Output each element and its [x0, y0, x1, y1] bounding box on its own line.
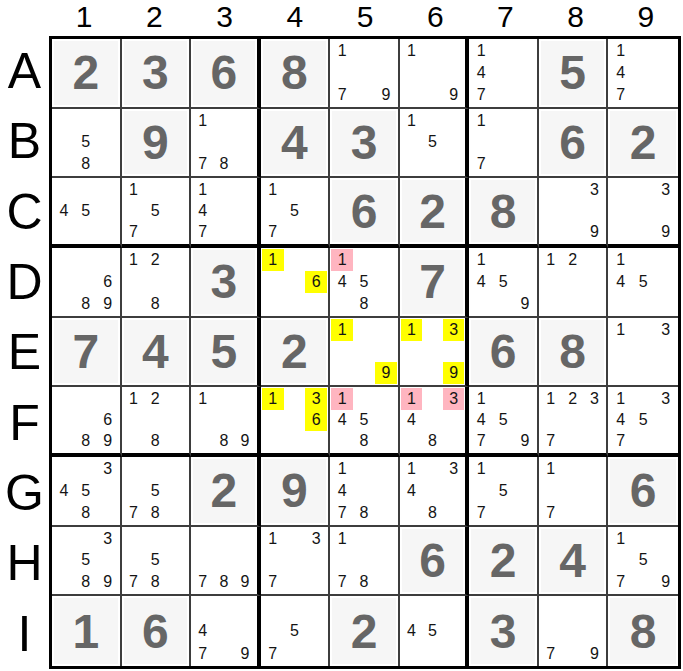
- cell-D7[interactable]: 1459: [469, 248, 539, 318]
- cell-C6[interactable]: 2: [400, 178, 470, 248]
- empty-candidate-slot: [562, 431, 584, 452]
- cell-G2[interactable]: 578: [122, 457, 192, 527]
- cell-I4[interactable]: 57: [261, 596, 331, 666]
- empty-candidate-slot: [97, 222, 119, 243]
- cell-G9[interactable]: 6: [608, 457, 678, 527]
- empty-candidate-slot: [609, 293, 632, 315]
- empty-candidate-slot: [75, 110, 97, 132]
- candidate-grid: 1237: [540, 388, 606, 452]
- empty-candidate-slot: [654, 201, 677, 222]
- candidate-7: 7: [192, 642, 213, 665]
- cell-B2[interactable]: 9: [122, 109, 192, 179]
- cell-C4[interactable]: 157: [261, 178, 331, 248]
- cell-B3[interactable]: 178: [191, 109, 261, 179]
- empty-candidate-slot: [375, 293, 397, 315]
- row-labels: ABCDEFGHI: [0, 36, 49, 669]
- empty-candidate-slot: [375, 40, 397, 62]
- cell-H9[interactable]: 1579: [608, 527, 678, 597]
- candidate-3: 3: [584, 388, 606, 409]
- cell-E5[interactable]: 19: [330, 318, 400, 388]
- cell-A1[interactable]: 2: [52, 39, 122, 109]
- empty-candidate-slot: [53, 431, 75, 452]
- cell-A3[interactable]: 6: [191, 39, 261, 109]
- empty-candidate-slot: [262, 550, 284, 572]
- empty-candidate-slot: [213, 110, 234, 132]
- empty-candidate-slot: [262, 293, 284, 315]
- cell-G7[interactable]: 157: [469, 457, 539, 527]
- solved-digit: 4: [541, 529, 605, 593]
- cell-I6[interactable]: 45: [400, 596, 470, 666]
- empty-candidate-slot: [192, 550, 213, 572]
- candidate-grid: 689: [53, 249, 119, 315]
- empty-candidate-slot: [492, 40, 514, 62]
- candidate-grid: 147: [192, 179, 256, 243]
- candidate-8: 8: [422, 502, 443, 524]
- candidate-9: 9: [234, 571, 255, 593]
- empty-candidate-slot: [166, 222, 188, 243]
- empty-candidate-slot: [375, 271, 397, 293]
- empty-candidate-slot: [192, 597, 213, 620]
- empty-candidate-slot: [123, 410, 145, 431]
- candidate-8: 8: [353, 502, 375, 524]
- empty-candidate-slot: [422, 62, 443, 84]
- candidate-grid: 1458: [331, 388, 397, 452]
- empty-candidate-slot: [375, 550, 397, 572]
- candidate-4: 4: [401, 410, 422, 431]
- empty-candidate-slot: [401, 132, 422, 154]
- empty-candidate-slot: [331, 550, 353, 572]
- candidate-8: 8: [75, 153, 97, 175]
- candidate-8: 8: [144, 431, 166, 452]
- empty-candidate-slot: [654, 341, 677, 363]
- cell-A9[interactable]: 147: [608, 39, 678, 109]
- empty-candidate-slot: [305, 550, 327, 572]
- cell-F6[interactable]: 1348: [400, 387, 470, 457]
- cell-F4[interactable]: 136: [261, 387, 331, 457]
- cell-H7[interactable]: 2: [469, 527, 539, 597]
- cell-G3[interactable]: 2: [191, 457, 261, 527]
- solved-digit: 8: [610, 598, 676, 664]
- empty-candidate-slot: [53, 410, 75, 431]
- solved-digit: 6: [193, 41, 255, 105]
- cell-I9[interactable]: 8: [608, 596, 678, 666]
- cell-F2[interactable]: 128: [122, 387, 192, 457]
- cell-C3[interactable]: 147: [191, 178, 261, 248]
- cell-F9[interactable]: 13457: [608, 387, 678, 457]
- empty-candidate-slot: [284, 528, 306, 550]
- empty-candidate-slot: [305, 222, 327, 243]
- empty-candidate-slot: [470, 132, 492, 154]
- empty-candidate-slot: [562, 293, 584, 315]
- candidate-4: 4: [331, 480, 353, 502]
- col-label-8: 8: [541, 0, 611, 36]
- empty-candidate-slot: [284, 550, 306, 572]
- cell-H5[interactable]: 178: [330, 527, 400, 597]
- candidate-grid: 3458: [53, 458, 119, 524]
- candidate-grid: 39: [609, 179, 677, 243]
- empty-candidate-slot: [234, 620, 255, 643]
- empty-candidate-slot: [123, 201, 145, 222]
- empty-candidate-slot: [166, 480, 188, 502]
- candidate-grid: 179: [331, 40, 397, 106]
- cell-I8[interactable]: 79: [539, 596, 609, 666]
- empty-candidate-slot: [213, 550, 234, 572]
- empty-candidate-slot: [654, 528, 677, 550]
- empty-candidate-slot: [166, 271, 188, 293]
- candidate-1-highlight-yellow: 1: [262, 249, 284, 271]
- empty-candidate-slot: [166, 410, 188, 431]
- candidate-grid: 128: [123, 388, 189, 452]
- candidate-5: 5: [75, 201, 97, 222]
- candidate-3: 3: [305, 528, 327, 550]
- candidate-grid: 45: [401, 597, 465, 665]
- cell-I3[interactable]: 479: [191, 596, 261, 666]
- candidate-5: 5: [144, 550, 166, 572]
- empty-candidate-slot: [53, 571, 75, 593]
- empty-candidate-slot: [284, 271, 306, 293]
- cell-C1[interactable]: 45: [52, 178, 122, 248]
- empty-candidate-slot: [213, 179, 234, 200]
- cell-A2[interactable]: 3: [122, 39, 192, 109]
- col-label-3: 3: [189, 0, 259, 36]
- candidate-7: 7: [540, 502, 562, 524]
- cell-C8[interactable]: 39: [539, 178, 609, 248]
- empty-candidate-slot: [514, 40, 536, 62]
- candidate-grid: 19: [331, 319, 397, 385]
- cell-B1[interactable]: 58: [52, 109, 122, 179]
- candidate-3: 3: [443, 458, 464, 480]
- candidate-1: 1: [331, 528, 353, 550]
- candidate-1: 1: [540, 249, 562, 271]
- cell-D2[interactable]: 128: [122, 248, 192, 318]
- empty-candidate-slot: [53, 249, 75, 271]
- candidate-4: 4: [53, 480, 75, 502]
- row-label-A: A: [0, 36, 49, 106]
- empty-candidate-slot: [492, 84, 514, 106]
- empty-candidate-slot: [53, 550, 75, 572]
- candidate-grid: 57: [262, 597, 328, 665]
- candidate-2: 2: [562, 249, 584, 271]
- empty-candidate-slot: [654, 431, 677, 452]
- cell-B9[interactable]: 2: [608, 109, 678, 179]
- empty-candidate-slot: [540, 597, 562, 620]
- candidate-5: 5: [284, 620, 306, 643]
- candidate-5: 5: [632, 410, 655, 431]
- empty-candidate-slot: [213, 410, 234, 431]
- empty-candidate-slot: [375, 502, 397, 524]
- candidate-1: 1: [470, 110, 492, 132]
- cell-G6[interactable]: 1348: [400, 457, 470, 527]
- row-label-H: H: [0, 528, 49, 598]
- empty-candidate-slot: [632, 201, 655, 222]
- empty-candidate-slot: [654, 550, 677, 572]
- empty-candidate-slot: [353, 62, 375, 84]
- solved-digit: 7: [54, 320, 118, 384]
- empty-candidate-slot: [492, 388, 514, 409]
- cell-A7[interactable]: 147: [469, 39, 539, 109]
- empty-candidate-slot: [492, 502, 514, 524]
- cell-E4[interactable]: 2: [261, 318, 331, 388]
- cell-F8[interactable]: 1237: [539, 387, 609, 457]
- empty-candidate-slot: [422, 480, 443, 502]
- cell-H3[interactable]: 789: [191, 527, 261, 597]
- empty-candidate-slot: [443, 341, 464, 363]
- cell-C2[interactable]: 157: [122, 178, 192, 248]
- cell-D1[interactable]: 689: [52, 248, 122, 318]
- empty-candidate-slot: [562, 201, 584, 222]
- candidate-grid: 45: [53, 179, 119, 243]
- candidate-4: 4: [192, 201, 213, 222]
- empty-candidate-slot: [514, 153, 536, 175]
- empty-candidate-slot: [53, 153, 75, 175]
- candidate-grid: 136: [262, 388, 328, 452]
- candidate-5: 5: [284, 201, 306, 222]
- empty-candidate-slot: [213, 388, 234, 409]
- empty-candidate-slot: [514, 62, 536, 84]
- empty-candidate-slot: [262, 431, 284, 452]
- col-label-1: 1: [49, 0, 119, 36]
- empty-candidate-slot: [632, 431, 655, 452]
- empty-candidate-slot: [144, 410, 166, 431]
- cell-D3[interactable]: 3: [191, 248, 261, 318]
- empty-candidate-slot: [654, 271, 677, 293]
- cell-D8[interactable]: 12: [539, 248, 609, 318]
- empty-candidate-slot: [375, 341, 397, 363]
- candidate-7: 7: [470, 502, 492, 524]
- empty-candidate-slot: [305, 431, 327, 452]
- empty-candidate-slot: [632, 40, 655, 62]
- cell-H8[interactable]: 4: [539, 527, 609, 597]
- empty-candidate-slot: [422, 319, 443, 341]
- empty-candidate-slot: [97, 201, 119, 222]
- candidate-1: 1: [123, 249, 145, 271]
- cell-I5[interactable]: 2: [330, 596, 400, 666]
- empty-candidate-slot: [234, 179, 255, 200]
- cell-A8[interactable]: 5: [539, 39, 609, 109]
- cell-C7[interactable]: 8: [469, 178, 539, 248]
- empty-candidate-slot: [331, 293, 353, 315]
- empty-candidate-slot: [492, 293, 514, 315]
- empty-candidate-slot: [53, 179, 75, 200]
- empty-candidate-slot: [166, 201, 188, 222]
- candidate-8: 8: [422, 431, 443, 452]
- empty-candidate-slot: [97, 132, 119, 154]
- cell-G5[interactable]: 1478: [330, 457, 400, 527]
- candidate-grid: 147: [470, 40, 536, 106]
- empty-candidate-slot: [192, 132, 213, 154]
- cell-H4[interactable]: 137: [261, 527, 331, 597]
- cell-C5[interactable]: 6: [330, 178, 400, 248]
- cell-A6[interactable]: 19: [400, 39, 470, 109]
- candidate-8: 8: [213, 431, 234, 452]
- empty-candidate-slot: [492, 458, 514, 480]
- empty-candidate-slot: [443, 153, 464, 175]
- cell-D6[interactable]: 7: [400, 248, 470, 318]
- cell-G1[interactable]: 3458: [52, 457, 122, 527]
- candidate-7: 7: [331, 502, 353, 524]
- cell-E8[interactable]: 8: [539, 318, 609, 388]
- cell-C9[interactable]: 39: [608, 178, 678, 248]
- empty-candidate-slot: [353, 388, 375, 409]
- candidate-grid: 58: [53, 110, 119, 176]
- candidate-5: 5: [75, 550, 97, 572]
- cell-H1[interactable]: 3589: [52, 527, 122, 597]
- candidate-6-highlight-yellow: 6: [305, 410, 327, 431]
- empty-candidate-slot: [632, 528, 655, 550]
- cell-D4[interactable]: 16: [261, 248, 331, 318]
- candidate-grid: 16: [262, 249, 328, 315]
- empty-candidate-slot: [422, 110, 443, 132]
- solved-digit: 2: [332, 598, 396, 664]
- cell-I7[interactable]: 3: [469, 596, 539, 666]
- cell-F3[interactable]: 189: [191, 387, 261, 457]
- empty-candidate-slot: [331, 62, 353, 84]
- empty-candidate-slot: [284, 597, 306, 620]
- empty-candidate-slot: [166, 550, 188, 572]
- cell-A5[interactable]: 179: [330, 39, 400, 109]
- candidate-grid: 1459: [470, 249, 536, 315]
- empty-candidate-slot: [375, 571, 397, 593]
- solved-digit: 2: [54, 41, 118, 105]
- empty-candidate-slot: [375, 62, 397, 84]
- empty-candidate-slot: [284, 179, 306, 200]
- candidate-1: 1: [609, 319, 632, 341]
- cell-B4[interactable]: 4: [261, 109, 331, 179]
- empty-candidate-slot: [166, 571, 188, 593]
- empty-candidate-slot: [53, 458, 75, 480]
- candidate-1: 1: [470, 249, 492, 271]
- candidate-grid: 13: [609, 319, 677, 385]
- cell-I1[interactable]: 1: [52, 596, 122, 666]
- empty-candidate-slot: [284, 431, 306, 452]
- empty-candidate-slot: [443, 502, 464, 524]
- cell-H2[interactable]: 578: [122, 527, 192, 597]
- solved-digit: 5: [193, 320, 255, 384]
- empty-candidate-slot: [75, 410, 97, 431]
- cell-A4[interactable]: 8: [261, 39, 331, 109]
- candidate-7: 7: [540, 431, 562, 452]
- empty-candidate-slot: [422, 458, 443, 480]
- cell-B7[interactable]: 17: [469, 109, 539, 179]
- candidate-4: 4: [401, 620, 422, 643]
- cell-B5[interactable]: 3: [330, 109, 400, 179]
- cell-B6[interactable]: 15: [400, 109, 470, 179]
- candidate-5: 5: [422, 132, 443, 154]
- empty-candidate-slot: [562, 502, 584, 524]
- cell-F5[interactable]: 1458: [330, 387, 400, 457]
- cell-E1[interactable]: 7: [52, 318, 122, 388]
- empty-candidate-slot: [514, 502, 536, 524]
- empty-candidate-slot: [234, 550, 255, 572]
- cell-G8[interactable]: 17: [539, 457, 609, 527]
- empty-candidate-slot: [53, 388, 75, 409]
- cell-E2[interactable]: 4: [122, 318, 192, 388]
- candidate-4: 4: [331, 271, 353, 293]
- empty-candidate-slot: [305, 620, 327, 643]
- candidate-5: 5: [75, 132, 97, 154]
- cell-I2[interactable]: 6: [122, 596, 192, 666]
- empty-candidate-slot: [284, 642, 306, 665]
- empty-candidate-slot: [213, 132, 234, 154]
- cell-E7[interactable]: 6: [469, 318, 539, 388]
- empty-candidate-slot: [123, 431, 145, 452]
- candidate-1-highlight-pink: 1: [401, 388, 422, 409]
- candidate-7: 7: [470, 153, 492, 175]
- candidate-8: 8: [144, 293, 166, 315]
- empty-candidate-slot: [422, 362, 443, 384]
- empty-candidate-slot: [584, 271, 606, 293]
- empty-candidate-slot: [353, 249, 375, 271]
- empty-candidate-slot: [284, 222, 306, 243]
- empty-candidate-slot: [234, 528, 255, 550]
- empty-candidate-slot: [262, 201, 284, 222]
- empty-candidate-slot: [353, 341, 375, 363]
- empty-candidate-slot: [213, 528, 234, 550]
- candidate-1: 1: [262, 528, 284, 550]
- candidate-1: 1: [192, 179, 213, 200]
- cell-G4[interactable]: 9: [261, 457, 331, 527]
- cell-H6[interactable]: 6: [400, 527, 470, 597]
- candidate-7: 7: [192, 153, 213, 175]
- candidate-1: 1: [331, 40, 353, 62]
- cell-E6[interactable]: 139: [400, 318, 470, 388]
- empty-candidate-slot: [422, 84, 443, 106]
- candidate-grid: 189: [192, 388, 256, 452]
- empty-candidate-slot: [492, 110, 514, 132]
- cell-E3[interactable]: 5: [191, 318, 261, 388]
- empty-candidate-slot: [422, 153, 443, 175]
- cell-F7[interactable]: 14579: [469, 387, 539, 457]
- candidate-2: 2: [144, 388, 166, 409]
- empty-candidate-slot: [443, 62, 464, 84]
- cell-D5[interactable]: 1458: [330, 248, 400, 318]
- cell-F1[interactable]: 689: [52, 387, 122, 457]
- empty-candidate-slot: [562, 597, 584, 620]
- candidate-1: 1: [609, 40, 632, 62]
- candidate-3-highlight-yellow: 3: [305, 388, 327, 409]
- candidate-grid: 157: [123, 179, 189, 243]
- empty-candidate-slot: [213, 201, 234, 222]
- candidate-grid: 689: [53, 388, 119, 452]
- solved-digit: 4: [124, 320, 188, 384]
- candidate-7: 7: [470, 84, 492, 106]
- candidate-1: 1: [262, 179, 284, 200]
- empty-candidate-slot: [192, 431, 213, 452]
- empty-candidate-slot: [514, 132, 536, 154]
- empty-candidate-slot: [443, 480, 464, 502]
- cell-D9[interactable]: 145: [608, 248, 678, 318]
- candidate-9: 9: [584, 642, 606, 665]
- empty-candidate-slot: [234, 410, 255, 431]
- empty-candidate-slot: [632, 222, 655, 243]
- candidate-1-highlight-yellow: 1: [401, 319, 422, 341]
- solved-digit: 5: [541, 41, 605, 105]
- candidate-1: 1: [401, 458, 422, 480]
- cell-B8[interactable]: 6: [539, 109, 609, 179]
- cell-E9[interactable]: 13: [608, 318, 678, 388]
- candidate-7: 7: [609, 84, 632, 106]
- candidate-2: 2: [562, 388, 584, 409]
- solved-digit: 6: [471, 320, 535, 384]
- empty-candidate-slot: [514, 480, 536, 502]
- solved-digit: 3: [471, 598, 535, 664]
- empty-candidate-slot: [375, 528, 397, 550]
- col-label-6: 6: [400, 0, 470, 36]
- col-label-4: 4: [260, 0, 330, 36]
- empty-candidate-slot: [470, 480, 492, 502]
- empty-candidate-slot: [584, 293, 606, 315]
- empty-candidate-slot: [284, 293, 306, 315]
